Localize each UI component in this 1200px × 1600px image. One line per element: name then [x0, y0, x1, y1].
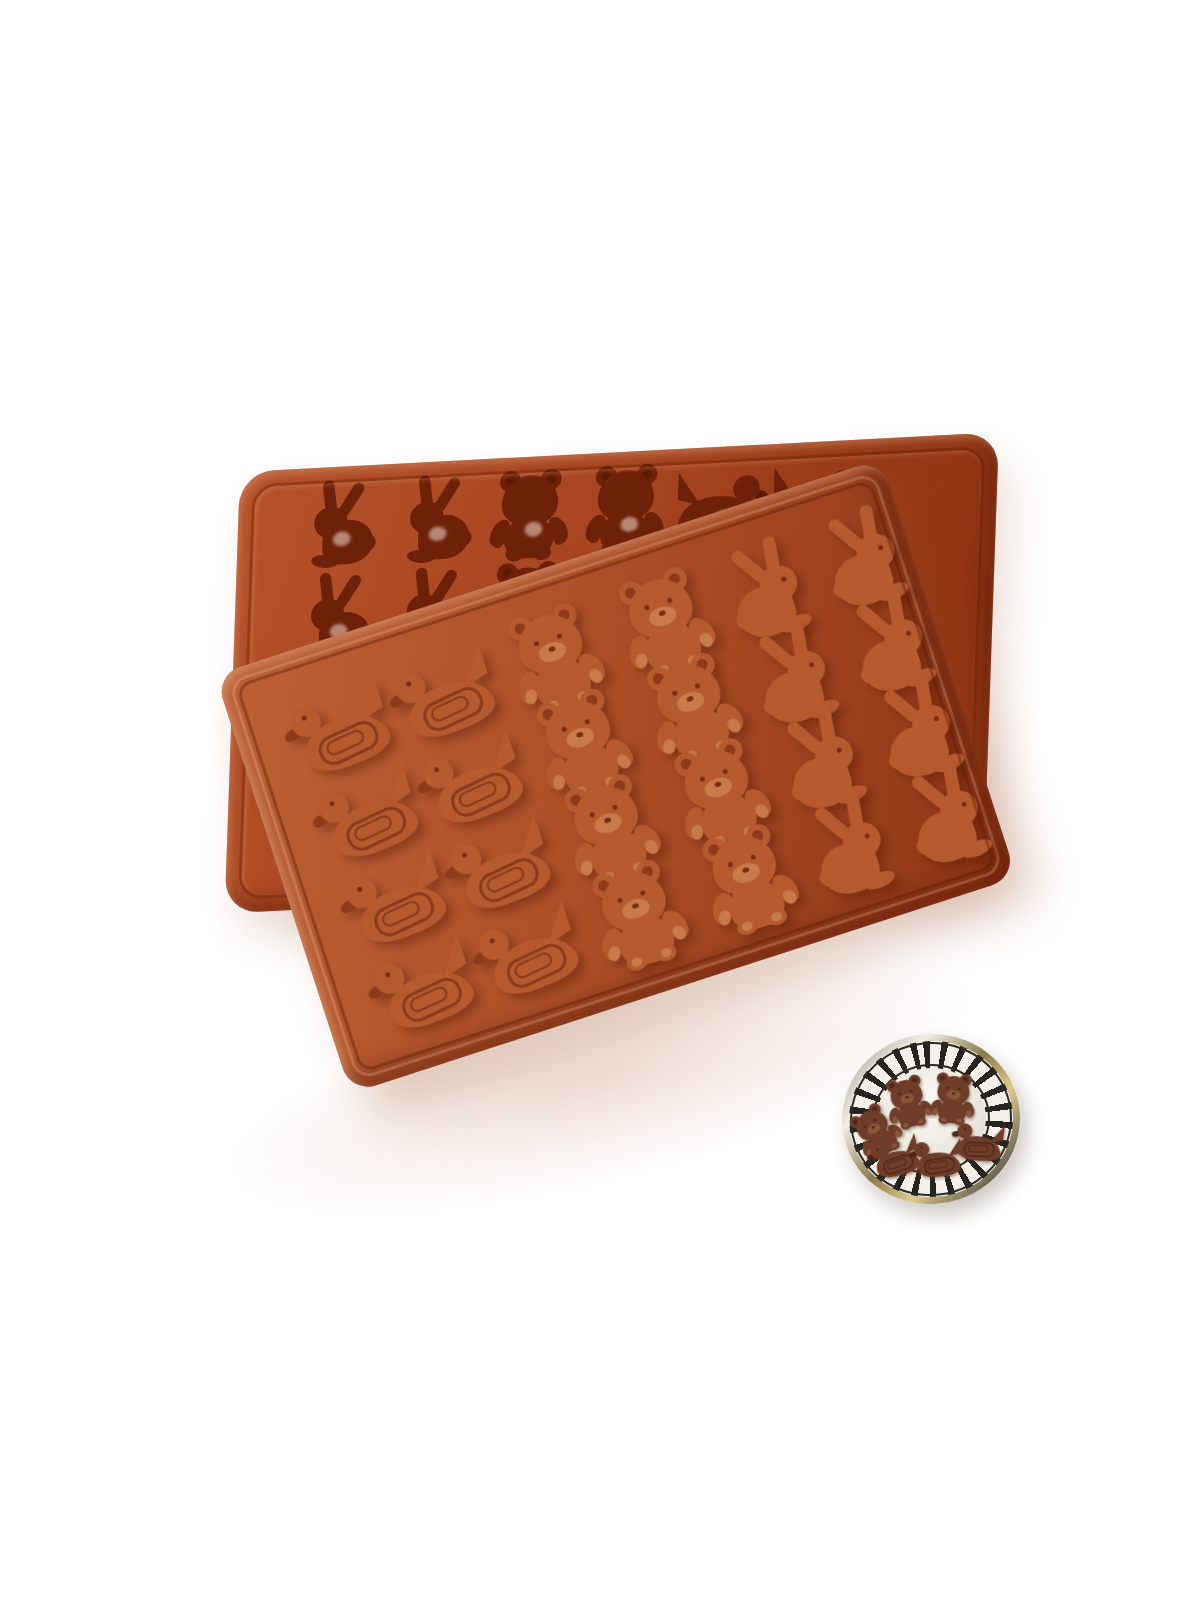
duck-tail	[400, 847, 441, 894]
bear-eye-l	[539, 494, 544, 499]
rabbit-ear2	[333, 573, 363, 611]
bear-muzzle	[536, 639, 569, 666]
bear-footpad-l	[713, 835, 726, 847]
bear-ear-l	[589, 871, 619, 901]
bear-body	[667, 703, 734, 764]
bear-armpad-l	[662, 738, 676, 755]
rabbit-foot	[862, 867, 897, 893]
bear-eye-l	[589, 812, 595, 818]
bear-ear-l	[616, 578, 646, 608]
rabbit-foot	[876, 579, 911, 605]
bear-body	[723, 874, 790, 935]
bear-ear-ri	[751, 829, 765, 843]
rabbit-body	[322, 519, 375, 566]
duck-wing2	[456, 779, 499, 809]
rabbit-ear2	[882, 688, 923, 725]
bear-armpad-r	[780, 887, 799, 906]
duck-beak	[366, 984, 385, 1001]
rabbit-foot	[310, 554, 340, 568]
cavity-glint	[620, 517, 639, 533]
bear-arm-r	[486, 517, 515, 550]
bear-armpad-l	[552, 774, 566, 791]
bear-eye-r	[694, 683, 700, 689]
rabbit-eye	[933, 716, 939, 722]
duck-tail	[428, 933, 469, 980]
duck-eye	[433, 767, 439, 773]
bear-armpad-r	[670, 923, 689, 942]
bear-ear-r	[660, 564, 690, 594]
rabbit-foot	[807, 696, 842, 722]
duck-tail	[345, 676, 386, 723]
bear-ear-li	[651, 672, 665, 686]
rabbit-foot	[779, 610, 814, 636]
bear-armpad-r	[642, 837, 661, 856]
rabbit-tail	[456, 529, 472, 546]
duck-wing	[447, 768, 516, 821]
duck-shape	[361, 933, 481, 1040]
bear-eye-r	[612, 804, 618, 810]
duck-eye	[329, 800, 335, 806]
bear-ear-li	[707, 843, 721, 857]
rabbit-head	[755, 560, 802, 606]
rabbit-body	[814, 836, 885, 901]
bear-arm-l	[545, 756, 569, 790]
duck-wing2	[429, 693, 472, 723]
bear-muzzle	[517, 499, 542, 517]
bear-head	[538, 692, 617, 767]
bear-shape	[553, 767, 668, 894]
bear-muzzle	[702, 774, 735, 801]
bear-nose	[686, 695, 694, 702]
duck-wing2	[352, 813, 395, 843]
bear-foot-r	[570, 684, 595, 707]
rabbit-body	[912, 804, 983, 869]
bear-nose	[742, 867, 750, 874]
rabbit-body	[828, 547, 899, 612]
bear-ear-l	[672, 749, 702, 779]
bear-ear-li	[546, 474, 556, 484]
rabbit-foot	[959, 835, 994, 861]
bear-arm-r	[629, 820, 666, 857]
bear-arm-r	[581, 512, 610, 545]
bear-foot-l	[569, 780, 594, 803]
bear-foot-r	[654, 941, 679, 964]
rabbit-ear1	[323, 480, 339, 522]
rabbit-tail	[789, 780, 812, 803]
bear-ear-ri	[557, 608, 571, 622]
bear-muzzle	[674, 688, 707, 715]
rabbit-body	[731, 579, 802, 644]
bear-eye-r	[667, 597, 673, 603]
bear-footpad-l	[685, 749, 698, 761]
duck-wing	[398, 973, 467, 1026]
bear-arm-r	[684, 613, 721, 650]
bear-shape	[525, 681, 640, 808]
rabbit-ear2	[826, 517, 867, 554]
bear-eye-l	[699, 776, 705, 782]
duck-body	[403, 669, 501, 746]
rabbit-head	[838, 817, 885, 863]
bear-footpad-r	[687, 654, 700, 666]
bear-ear-ri	[585, 693, 599, 707]
bear-muzzle	[620, 896, 653, 923]
rabbit-body	[787, 750, 858, 815]
bear-nose	[631, 902, 639, 909]
rabbit-ear1	[762, 535, 783, 583]
bear-ear-ri	[723, 743, 737, 757]
duck-head	[287, 703, 325, 741]
bear-head	[649, 656, 728, 731]
rabbit-ear1	[319, 572, 335, 614]
rabbit-head	[310, 598, 345, 632]
bear-nose	[714, 781, 722, 788]
bear-footpad-r	[714, 740, 727, 752]
bear-head	[566, 778, 645, 853]
rabbit-eye	[905, 630, 911, 636]
duck-head	[420, 755, 458, 793]
rabbit-foot	[904, 664, 939, 690]
rabbit-ear2	[785, 719, 826, 756]
rabbit-body	[884, 718, 955, 783]
bear-muzzle	[613, 494, 638, 512]
duck-eye	[461, 852, 467, 858]
rabbit-ear1	[817, 707, 838, 755]
duck-eye	[920, 1146, 923, 1149]
bear-footpad-r	[510, 550, 520, 558]
bear-footpad-r	[770, 911, 783, 923]
duck-shape	[410, 728, 530, 835]
bear-eye-l	[644, 605, 650, 611]
duck-wing2	[512, 950, 555, 980]
rabbit-cavity	[300, 478, 375, 572]
bear-ear-r	[633, 857, 663, 887]
bear-nose	[548, 646, 556, 653]
bear-arm-r	[740, 784, 777, 821]
rabbit-head	[907, 700, 954, 746]
duck-wing	[502, 939, 571, 992]
bear-armpad-l	[718, 910, 732, 927]
duck-body	[486, 926, 584, 1003]
rabbit-shape	[717, 528, 827, 650]
rabbit-tail	[360, 534, 376, 551]
bear-ear-ri	[640, 865, 654, 879]
rabbit-tail	[886, 749, 909, 772]
bear-footpad-l	[575, 785, 588, 797]
bear-eye-l	[672, 690, 678, 696]
bear-eye-l	[617, 897, 623, 903]
duck-body	[382, 960, 480, 1037]
bear-arm-r	[767, 870, 804, 907]
duck-shape	[438, 813, 558, 920]
bear-foot-l	[679, 744, 704, 767]
duck-head	[447, 840, 485, 878]
bear-ear-li	[541, 708, 555, 722]
bear-foot-l	[624, 951, 649, 974]
bear-foot-r	[708, 734, 733, 757]
duck-head	[475, 926, 513, 964]
rabbit-foot	[406, 549, 436, 563]
rabbit-ear1	[886, 590, 907, 638]
bear-muzzle	[647, 603, 680, 630]
rabbit-ear2	[854, 602, 895, 639]
duck-wing	[314, 716, 383, 769]
duck-body	[354, 874, 452, 951]
rabbit-ear2	[757, 634, 798, 671]
duck-eye	[384, 972, 390, 978]
duck-body	[458, 840, 556, 917]
rabbit-eye	[961, 801, 967, 807]
bear-foot-l	[707, 829, 732, 852]
bear-ear-ri	[503, 568, 513, 578]
bear-head	[621, 571, 700, 646]
bear-footpad-l	[602, 871, 615, 883]
bear-foot-l	[735, 915, 760, 938]
duck-eye	[406, 681, 412, 687]
duck-head	[371, 960, 409, 998]
bear-footpad-l	[537, 548, 547, 556]
bear-body	[557, 739, 624, 800]
bear-armpad-l	[551, 530, 566, 547]
duck-beak	[443, 864, 462, 881]
rabbit-shape	[772, 699, 882, 821]
rabbit-ear2	[336, 481, 366, 519]
rabbit-head	[410, 501, 445, 535]
duck-shape	[383, 642, 503, 749]
bear-head	[501, 474, 559, 528]
bear-shape	[608, 560, 723, 687]
bear-footpad-l	[657, 664, 670, 676]
bear-body	[695, 789, 762, 850]
duck-wing2	[324, 727, 367, 757]
bear-armpad-r	[586, 666, 605, 685]
bear-armpad-l	[580, 860, 594, 877]
bear-arm-r	[657, 905, 694, 942]
cavity-glint	[524, 522, 543, 538]
bear-armpad-l	[635, 653, 649, 670]
rabbit-ear1	[859, 504, 880, 552]
bear-muzzle	[592, 810, 625, 837]
rabbit-ear1	[914, 675, 935, 723]
bear-head	[510, 607, 589, 682]
bear-arm-r	[602, 734, 639, 771]
bear-shape	[663, 731, 778, 858]
bear-armpad-l	[608, 945, 622, 962]
bear-ear-li	[513, 622, 527, 636]
rabbit-tail	[762, 695, 785, 718]
rabbit-body	[759, 664, 830, 729]
rabbit-eye	[878, 544, 884, 550]
duck-eye	[745, 482, 750, 487]
bear-body	[612, 910, 679, 971]
duck-head	[315, 789, 353, 827]
bear-footpad-r	[742, 825, 755, 837]
duck-tail	[677, 470, 705, 507]
bear-foot-r	[626, 856, 651, 879]
bear-nose	[622, 498, 628, 503]
bear-arm-l	[544, 514, 572, 547]
bear-arm-r	[712, 698, 749, 735]
bear-ear-r	[577, 686, 607, 716]
rabbit-ear1	[845, 792, 866, 840]
bear-ear-r	[743, 821, 773, 851]
duck-shape	[466, 899, 586, 1006]
bear-ear-r	[715, 735, 745, 765]
bear-nose	[604, 817, 612, 824]
bear-nose	[658, 610, 666, 617]
rabbit-eye	[864, 833, 870, 839]
bear-ear-r	[688, 650, 718, 680]
bear-foot-l	[532, 545, 551, 561]
chocolate-duck	[950, 1118, 1005, 1165]
duck-body	[326, 789, 424, 866]
rabbit-head	[782, 646, 829, 692]
bear-eye-r	[584, 719, 590, 725]
duck-wing2	[968, 1145, 988, 1153]
bear-ear-li	[679, 757, 693, 771]
bear-ear-r	[596, 465, 618, 487]
bear-armpad-l	[690, 824, 704, 841]
duck-tail	[477, 728, 518, 775]
rabbit-tail	[831, 578, 854, 601]
duck-head	[392, 669, 430, 707]
rabbit-ear1	[418, 475, 434, 517]
rabbit-eye	[781, 576, 787, 582]
duck-tail	[505, 813, 546, 860]
bear-armpad-r	[491, 533, 507, 549]
duck-head	[343, 874, 381, 912]
duck-beak	[387, 693, 406, 710]
bear-arm-l	[683, 806, 707, 840]
rabbit-head	[314, 506, 349, 540]
bear-muzzle	[564, 724, 597, 751]
bear-foot-r	[736, 820, 761, 843]
bear-arm-r	[574, 649, 611, 686]
rabbit-body	[856, 633, 927, 698]
rabbit-ear2	[812, 805, 853, 842]
rabbit-shape	[897, 753, 1007, 875]
rabbit-ear1	[789, 621, 810, 669]
rabbit-tail	[859, 663, 882, 686]
bear-ear-l	[699, 835, 729, 865]
bear-ear-l	[561, 785, 591, 815]
duck-beak	[415, 779, 434, 796]
bear-muzzle	[730, 860, 763, 887]
rabbit-eye	[323, 518, 328, 523]
bear-shape	[581, 852, 696, 979]
duck-eye	[489, 938, 495, 944]
bear-head	[597, 469, 655, 523]
rabbit-ear2	[432, 476, 462, 514]
bear-eye-r	[556, 633, 562, 639]
duck-wing2	[484, 865, 527, 895]
bear-head	[704, 827, 783, 902]
bear-footpad-r	[604, 775, 617, 787]
bear-body	[639, 618, 706, 679]
duck-beak	[471, 950, 490, 967]
bear-arm-l	[711, 891, 735, 925]
bear-eye-r	[750, 854, 756, 860]
rabbit-eye	[419, 513, 424, 518]
rabbit-ear2	[909, 773, 950, 810]
bear-body	[529, 653, 596, 714]
bear-ear-l	[644, 664, 674, 694]
rabbit-head	[879, 615, 926, 661]
bear-foot-l	[541, 694, 566, 717]
bear-ear-r	[500, 470, 522, 492]
bear-footpad-l	[547, 699, 560, 711]
bear-arm-l	[517, 670, 541, 704]
rabbit-head	[852, 529, 899, 575]
bear-ear-li	[569, 793, 583, 807]
duck-beak	[338, 898, 357, 915]
rabbit-eye	[836, 747, 842, 753]
bear-body	[503, 516, 554, 559]
duck-wing	[370, 888, 439, 941]
duck-body	[298, 703, 396, 780]
rabbit-tail	[817, 866, 840, 889]
duck-beak	[311, 812, 330, 829]
bear-nose	[526, 503, 532, 508]
rabbit-tail	[914, 834, 937, 857]
cavity-glint	[429, 526, 447, 541]
rabbit-foot	[834, 781, 869, 807]
rabbit-head	[935, 786, 982, 832]
bear-eye-l	[561, 726, 567, 732]
bear-ear-ri	[667, 572, 681, 586]
chocolate-bear	[930, 1071, 977, 1127]
bear-foot-r	[681, 649, 706, 672]
bear-nose	[576, 731, 584, 738]
bear-ear-ri	[506, 476, 516, 486]
bear-ear-r	[605, 771, 635, 801]
duck-wing	[342, 802, 411, 855]
bear-armpad-r	[614, 752, 633, 771]
product-photo-canvas	[0, 0, 1200, 1600]
bear-armpad-l	[524, 689, 538, 706]
rabbit-head	[810, 732, 857, 778]
rabbit-cavity	[396, 473, 471, 567]
bear-ear-l	[540, 468, 562, 490]
bear-ear-l	[636, 463, 658, 485]
rabbit-shape	[745, 613, 855, 735]
duck-shape	[306, 762, 426, 869]
rabbit-eye	[808, 662, 814, 668]
bear-eye-r	[614, 490, 619, 495]
bear-armpad-r	[697, 630, 716, 649]
bear-nose	[952, 1092, 956, 1095]
bear-head	[676, 742, 755, 817]
chocolate-plate	[834, 1025, 1029, 1213]
duck-wing	[419, 682, 488, 735]
bear-ear-l	[506, 614, 536, 644]
bear-eye-r	[518, 495, 523, 500]
rabbit-foot	[931, 750, 966, 776]
bear-cavity	[490, 466, 569, 564]
bear-foot-l	[596, 865, 621, 888]
bear-footpad-l	[630, 956, 643, 968]
rabbit-body	[417, 514, 470, 561]
bear-arm-l	[573, 841, 597, 875]
bear-armpad-r	[752, 802, 771, 821]
bear-ear-l	[534, 700, 564, 730]
bear-foot-r	[598, 770, 623, 793]
bear-foot-r	[764, 905, 789, 928]
bear-eye-r	[640, 890, 646, 896]
bear-armpad-r	[587, 528, 603, 544]
bear-foot-l	[651, 658, 676, 681]
duck-shape	[334, 847, 454, 954]
duck-tail	[372, 762, 413, 809]
